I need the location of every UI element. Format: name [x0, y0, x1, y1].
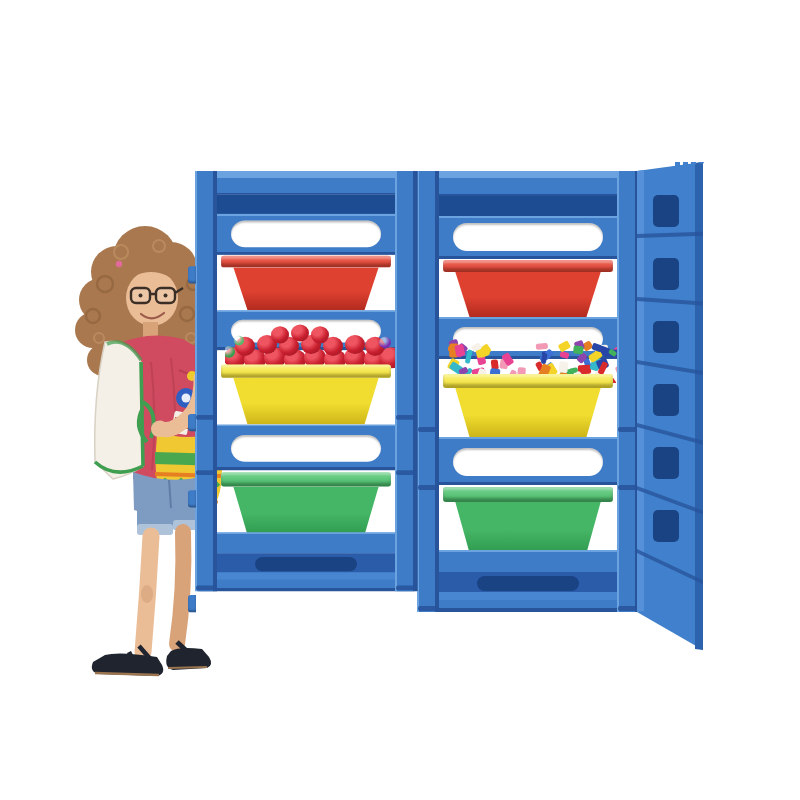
- unit-base-top: [195, 532, 417, 553]
- unit-top-shadow: [431, 196, 625, 216]
- side-hole: [653, 384, 679, 416]
- storage-bin-rim-green: [443, 487, 613, 502]
- shelf-rail: [429, 437, 627, 485]
- frame-tab: [188, 414, 196, 431]
- post-groove: [618, 606, 638, 611]
- toy-chip: [557, 340, 570, 353]
- storage-bin-body-yellow: [449, 388, 607, 437]
- unit-post-right: [395, 171, 417, 591]
- unit-post-left: [195, 171, 217, 591]
- storage-bin-rim-green: [221, 472, 391, 486]
- toy-chip: [559, 351, 570, 359]
- frame-tab: [188, 490, 196, 507]
- unit-top-band: [195, 171, 417, 195]
- storage-bin-rim-yellow: [443, 374, 613, 388]
- unit-base-floor: [211, 572, 401, 580]
- post-groove: [196, 586, 216, 591]
- post-groove: [418, 606, 438, 611]
- side-top-notch: [691, 162, 696, 165]
- frame-tab: [188, 266, 196, 283]
- toy-ball: [271, 326, 289, 343]
- post-groove: [396, 470, 416, 475]
- side-top-notch: [683, 162, 688, 166]
- unit-base-top: [417, 550, 639, 572]
- shelf-rail: [207, 214, 405, 255]
- toy-chip: [454, 344, 465, 357]
- storage-bin-body-green: [227, 486, 385, 535]
- toy-chip: [572, 345, 583, 354]
- rail-cutout: [231, 435, 381, 462]
- unit-tower-right: [417, 171, 639, 612]
- side-hole: [653, 321, 679, 353]
- post-groove: [418, 485, 438, 490]
- post-groove: [618, 427, 638, 432]
- post-groove: [396, 415, 416, 420]
- unit-base-lip: [195, 580, 417, 591]
- side-hole: [653, 195, 679, 227]
- rail-cutout: [453, 448, 603, 476]
- unit-tower-left: [195, 171, 417, 591]
- toy-ball: [291, 324, 309, 341]
- product-photo-stage: [0, 0, 800, 800]
- unit-top-shadow: [209, 195, 403, 214]
- rail-cutout: [453, 223, 603, 251]
- tower-seam: [416, 171, 418, 591]
- toy-chip: [465, 350, 474, 365]
- post-groove: [418, 427, 438, 432]
- toy-ball: [345, 335, 365, 354]
- side-top-notch: [675, 162, 680, 167]
- post-groove: [618, 485, 638, 490]
- toy-ball: [311, 326, 329, 343]
- shelf-rail: [429, 216, 627, 259]
- unit-base-floor: [433, 592, 623, 600]
- storage-bin-body-yellow: [227, 378, 385, 425]
- storage-bin-body-green: [449, 502, 607, 553]
- unit-post-left: [417, 171, 439, 612]
- unit-base-slot: [477, 576, 579, 591]
- rail-cutout: [231, 221, 381, 248]
- storage-bin-rim-red: [443, 260, 613, 272]
- storage-bin-body-red: [227, 267, 385, 310]
- post-groove: [396, 586, 416, 591]
- unit-post-right: [617, 171, 639, 612]
- unit-side-panel: [637, 162, 707, 652]
- unit-base-slot: [255, 557, 357, 571]
- storage-bin-body-red: [449, 272, 607, 317]
- frame-tab: [188, 595, 196, 612]
- toy-chip: [535, 343, 547, 351]
- unit-top-band: [417, 171, 639, 196]
- storage-bin-rim-red: [221, 256, 391, 267]
- storage-bin-rim-yellow: [221, 364, 391, 377]
- side-top-notch: [699, 162, 704, 164]
- shelf-rail: [207, 424, 405, 470]
- unit-base-recess: [427, 572, 629, 600]
- side-hole: [653, 447, 679, 479]
- post-groove: [196, 470, 216, 475]
- unit-base-lip: [417, 600, 639, 612]
- post-groove: [196, 415, 216, 420]
- toy-accent: [379, 337, 391, 348]
- side-hole: [653, 510, 679, 542]
- toy-accent: [234, 336, 244, 346]
- unit-base-recess: [205, 553, 407, 580]
- toy-chip: [558, 361, 568, 373]
- side-hole: [653, 258, 679, 290]
